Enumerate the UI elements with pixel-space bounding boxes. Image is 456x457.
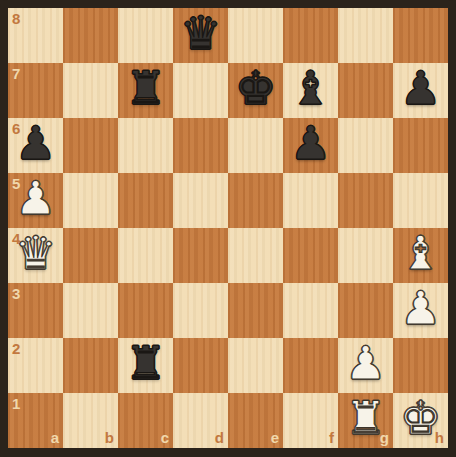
coord-rank-2: 2 bbox=[12, 341, 20, 356]
square-f4[interactable] bbox=[283, 228, 338, 283]
square-b2[interactable] bbox=[63, 338, 118, 393]
square-b7[interactable] bbox=[63, 63, 118, 118]
square-b8[interactable] bbox=[63, 8, 118, 63]
coord-file-c: c bbox=[161, 430, 169, 445]
square-h5[interactable] bbox=[393, 173, 448, 228]
coord-rank-1: 1 bbox=[12, 396, 20, 411]
piece-white-rook-g1[interactable]: ♜ bbox=[345, 393, 386, 446]
square-g8[interactable] bbox=[338, 8, 393, 63]
piece-white-pawn-h3[interactable]: ♟ bbox=[400, 283, 441, 336]
square-b6[interactable] bbox=[63, 118, 118, 173]
square-h6[interactable] bbox=[393, 118, 448, 173]
chess-board-frame: 8♛7♜♚♝♟6♟♟5♟4♛♝3♟2♜♟1abcdefg♜h♚ bbox=[0, 0, 456, 457]
coord-rank-8: 8 bbox=[12, 11, 20, 26]
square-e6[interactable] bbox=[228, 118, 283, 173]
square-g5[interactable] bbox=[338, 173, 393, 228]
square-e5[interactable] bbox=[228, 173, 283, 228]
square-d4[interactable] bbox=[173, 228, 228, 283]
square-b3[interactable] bbox=[63, 283, 118, 338]
square-f6[interactable]: ♟ bbox=[283, 118, 338, 173]
square-c7[interactable]: ♜ bbox=[118, 63, 173, 118]
coord-rank-3: 3 bbox=[12, 286, 20, 301]
square-d1[interactable]: d bbox=[173, 393, 228, 448]
coord-rank-7: 7 bbox=[12, 66, 20, 81]
square-f2[interactable] bbox=[283, 338, 338, 393]
square-e2[interactable] bbox=[228, 338, 283, 393]
square-f8[interactable] bbox=[283, 8, 338, 63]
square-g3[interactable] bbox=[338, 283, 393, 338]
square-c2[interactable]: ♜ bbox=[118, 338, 173, 393]
square-c6[interactable] bbox=[118, 118, 173, 173]
square-c4[interactable] bbox=[118, 228, 173, 283]
square-h3[interactable]: ♟ bbox=[393, 283, 448, 338]
piece-black-pawn-h7[interactable]: ♟ bbox=[400, 63, 441, 116]
piece-white-pawn-g2[interactable]: ♟ bbox=[345, 338, 386, 391]
piece-black-queen-d8[interactable]: ♛ bbox=[180, 8, 221, 61]
square-a8[interactable]: 8 bbox=[8, 8, 63, 63]
square-c8[interactable] bbox=[118, 8, 173, 63]
coord-file-b: b bbox=[105, 430, 114, 445]
square-b4[interactable] bbox=[63, 228, 118, 283]
square-a2[interactable]: 2 bbox=[8, 338, 63, 393]
square-g4[interactable] bbox=[338, 228, 393, 283]
square-f7[interactable]: ♝ bbox=[283, 63, 338, 118]
piece-black-pawn-f6[interactable]: ♟ bbox=[290, 118, 331, 171]
coord-file-f: f bbox=[329, 430, 334, 445]
coord-file-e: e bbox=[271, 430, 279, 445]
chess-board: 8♛7♜♚♝♟6♟♟5♟4♛♝3♟2♜♟1abcdefg♜h♚ bbox=[8, 8, 448, 448]
square-d2[interactable] bbox=[173, 338, 228, 393]
square-a1[interactable]: 1a bbox=[8, 393, 63, 448]
square-h4[interactable]: ♝ bbox=[393, 228, 448, 283]
square-d8[interactable]: ♛ bbox=[173, 8, 228, 63]
square-g7[interactable] bbox=[338, 63, 393, 118]
square-d6[interactable] bbox=[173, 118, 228, 173]
square-e3[interactable] bbox=[228, 283, 283, 338]
square-h1[interactable]: h♚ bbox=[393, 393, 448, 448]
square-a7[interactable]: 7 bbox=[8, 63, 63, 118]
square-d3[interactable] bbox=[173, 283, 228, 338]
piece-black-pawn-a6[interactable]: ♟ bbox=[15, 118, 56, 171]
square-a6[interactable]: 6♟ bbox=[8, 118, 63, 173]
piece-white-queen-a4[interactable]: ♛ bbox=[15, 228, 56, 281]
square-b1[interactable]: b bbox=[63, 393, 118, 448]
square-e8[interactable] bbox=[228, 8, 283, 63]
square-h7[interactable]: ♟ bbox=[393, 63, 448, 118]
square-f5[interactable] bbox=[283, 173, 338, 228]
square-h2[interactable] bbox=[393, 338, 448, 393]
square-h8[interactable] bbox=[393, 8, 448, 63]
square-e4[interactable] bbox=[228, 228, 283, 283]
coord-file-d: d bbox=[215, 430, 224, 445]
piece-black-rook-c7[interactable]: ♜ bbox=[125, 63, 166, 116]
piece-white-pawn-a5[interactable]: ♟ bbox=[15, 173, 56, 226]
square-c1[interactable]: c bbox=[118, 393, 173, 448]
square-a3[interactable]: 3 bbox=[8, 283, 63, 338]
piece-black-bishop-f7[interactable]: ♝ bbox=[290, 63, 331, 116]
piece-black-king-e7[interactable]: ♚ bbox=[235, 63, 276, 116]
square-g2[interactable]: ♟ bbox=[338, 338, 393, 393]
square-g6[interactable] bbox=[338, 118, 393, 173]
square-a5[interactable]: 5♟ bbox=[8, 173, 63, 228]
square-d5[interactable] bbox=[173, 173, 228, 228]
square-b5[interactable] bbox=[63, 173, 118, 228]
piece-white-king-h1[interactable]: ♚ bbox=[400, 393, 441, 446]
square-c5[interactable] bbox=[118, 173, 173, 228]
coord-file-a: a bbox=[51, 430, 59, 445]
square-d7[interactable] bbox=[173, 63, 228, 118]
square-f3[interactable] bbox=[283, 283, 338, 338]
square-e1[interactable]: e bbox=[228, 393, 283, 448]
square-e7[interactable]: ♚ bbox=[228, 63, 283, 118]
square-f1[interactable]: f bbox=[283, 393, 338, 448]
piece-black-rook-c2[interactable]: ♜ bbox=[125, 338, 166, 391]
square-c3[interactable] bbox=[118, 283, 173, 338]
square-a4[interactable]: 4♛ bbox=[8, 228, 63, 283]
piece-white-bishop-h4[interactable]: ♝ bbox=[400, 228, 441, 281]
square-g1[interactable]: g♜ bbox=[338, 393, 393, 448]
